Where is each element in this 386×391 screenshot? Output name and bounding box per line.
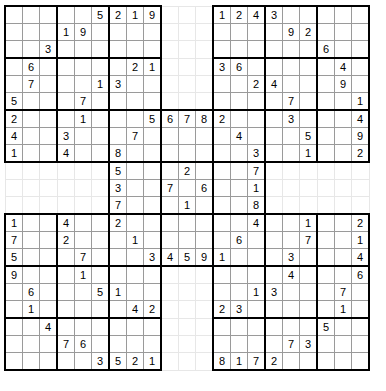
empty-cell-r12-c13[interactable]	[213, 197, 231, 215]
empty-cell-r19-c2[interactable]	[23, 318, 40, 336]
empty-cell-r15-c14[interactable]	[231, 249, 248, 267]
empty-cell-r16-c20[interactable]	[335, 266, 352, 284]
empty-cell-r19-c8[interactable]	[127, 318, 144, 336]
empty-cell-r8-c3[interactable]	[40, 128, 58, 145]
empty-cell-r19-c5[interactable]	[75, 318, 92, 336]
empty-cell-r9-c19[interactable]	[317, 145, 335, 163]
empty-cell-r1-c5[interactable]	[75, 6, 92, 24]
empty-cell-r5-c3[interactable]	[40, 76, 58, 93]
empty-cell-r2-c8[interactable]	[127, 24, 144, 41]
empty-cell-r8-c5[interactable]	[75, 128, 92, 145]
empty-cell-r2-c14[interactable]	[231, 24, 248, 41]
inactive-cell-r21-c12	[196, 353, 214, 371]
given-cell-r21-c14: 1	[231, 353, 248, 371]
given-cell-r18-c9: 2	[144, 301, 162, 319]
empty-cell-r14-c16[interactable]	[265, 232, 283, 249]
empty-cell-r18-c21[interactable]	[352, 301, 370, 319]
empty-cell-r13-c19[interactable]	[317, 214, 335, 232]
empty-cell-r18-c4[interactable]	[57, 301, 75, 319]
empty-cell-r12-c9[interactable]	[144, 197, 162, 215]
empty-cell-r18-c18[interactable]	[300, 301, 318, 319]
empty-cell-r3-c21[interactable]	[352, 41, 370, 59]
empty-cell-r17-c13[interactable]	[213, 284, 231, 301]
empty-cell-r14-c19[interactable]	[317, 232, 335, 249]
empty-cell-r10-c14[interactable]	[231, 162, 248, 180]
empty-cell-r21-c4[interactable]	[57, 353, 75, 371]
empty-cell-r1-c20[interactable]	[335, 6, 352, 24]
given-cell-r4-c2: 6	[23, 58, 40, 76]
empty-cell-r20-c14[interactable]	[231, 336, 248, 353]
empty-cell-r3-c7[interactable]	[109, 41, 127, 59]
empty-cell-r5-c18[interactable]	[300, 76, 318, 93]
empty-cell-r9-c14[interactable]	[231, 145, 248, 163]
empty-cell-r1-c4[interactable]	[57, 6, 75, 24]
empty-cell-r3-c18[interactable]	[300, 41, 318, 59]
empty-cell-r6-c13[interactable]	[213, 93, 231, 111]
empty-cell-r13-c9[interactable]	[144, 214, 162, 232]
empty-cell-r9-c5[interactable]	[75, 145, 92, 163]
empty-cell-r1-c2[interactable]	[23, 6, 40, 24]
empty-cell-r3-c9[interactable]	[144, 41, 162, 59]
empty-cell-r13-c6[interactable]	[92, 214, 110, 232]
given-cell-r17-c15: 1	[248, 284, 266, 301]
empty-cell-r5-c8[interactable]	[127, 76, 144, 93]
empty-cell-r19-c21[interactable]	[352, 318, 370, 336]
empty-cell-r7-c19[interactable]	[317, 110, 335, 128]
empty-cell-r12-c8[interactable]	[127, 197, 144, 215]
inactive-cell-r12-c16	[265, 197, 283, 215]
empty-cell-r1-c18[interactable]	[300, 6, 318, 24]
empty-cell-r17-c14[interactable]	[231, 284, 248, 301]
empty-cell-r2-c6[interactable]	[92, 24, 110, 41]
empty-cell-r2-c9[interactable]	[144, 24, 162, 41]
board-row-20: 7673	[5, 336, 369, 353]
empty-cell-r2-c15[interactable]	[248, 24, 266, 41]
empty-cell-r3-c2[interactable]	[23, 41, 40, 59]
given-cell-r15-c21: 4	[352, 249, 370, 267]
empty-cell-r19-c15[interactable]	[248, 318, 266, 336]
empty-cell-r4-c3[interactable]	[40, 58, 58, 76]
empty-cell-r9-c6[interactable]	[92, 145, 110, 163]
empty-cell-r8-c7[interactable]	[109, 128, 127, 145]
empty-cell-r21-c21[interactable]	[352, 353, 370, 371]
given-cell-r17-c16: 3	[265, 284, 283, 301]
empty-cell-r19-c18[interactable]	[300, 318, 318, 336]
empty-cell-r14-c6[interactable]	[92, 232, 110, 249]
empty-cell-r4-c19[interactable]	[317, 58, 335, 76]
empty-cell-r7-c4[interactable]	[57, 110, 75, 128]
empty-cell-r13-c8[interactable]	[127, 214, 144, 232]
empty-cell-r15-c4[interactable]	[57, 249, 75, 267]
empty-cell-r15-c3[interactable]	[40, 249, 58, 267]
empty-cell-r13-c16[interactable]	[265, 214, 283, 232]
empty-cell-r13-c12[interactable]	[196, 214, 214, 232]
given-cell-r15-c10: 4	[161, 249, 179, 267]
empty-cell-r17-c21[interactable]	[352, 284, 370, 301]
empty-cell-r20-c8[interactable]	[127, 336, 144, 353]
empty-cell-r14-c7[interactable]	[109, 232, 127, 249]
empty-cell-r15-c6[interactable]	[92, 249, 110, 267]
empty-cell-r3-c17[interactable]	[283, 41, 300, 59]
empty-cell-r9-c3[interactable]	[40, 145, 58, 163]
empty-cell-r14-c12[interactable]	[196, 232, 214, 249]
empty-cell-r20-c9[interactable]	[144, 336, 162, 353]
empty-cell-r8-c6[interactable]	[92, 128, 110, 145]
empty-cell-r18-c15[interactable]	[248, 301, 266, 319]
empty-cell-r20-c6[interactable]	[92, 336, 110, 353]
inactive-cell-r10-c2	[23, 162, 40, 180]
empty-cell-r4-c21[interactable]	[352, 58, 370, 76]
empty-cell-r3-c1[interactable]	[5, 41, 23, 59]
empty-cell-r8-c20[interactable]	[335, 128, 352, 145]
board-row-3: 36	[5, 41, 369, 59]
empty-cell-r19-c6[interactable]	[92, 318, 110, 336]
empty-cell-r16-c13[interactable]	[213, 266, 231, 284]
empty-cell-r2-c7[interactable]	[109, 24, 127, 41]
empty-cell-r3-c20[interactable]	[335, 41, 352, 59]
empty-cell-r7-c6[interactable]	[92, 110, 110, 128]
empty-cell-r17-c19[interactable]	[317, 284, 335, 301]
empty-cell-r2-c19[interactable]	[317, 24, 335, 41]
empty-cell-r11-c9[interactable]	[144, 180, 162, 197]
empty-cell-r12-c10[interactable]	[161, 197, 179, 215]
empty-cell-r6-c20[interactable]	[335, 93, 352, 111]
empty-cell-r9-c16[interactable]	[265, 145, 283, 163]
empty-cell-r21-c2[interactable]	[23, 353, 40, 371]
empty-cell-r21-c19[interactable]	[317, 353, 335, 371]
empty-cell-r15-c2[interactable]	[23, 249, 40, 267]
empty-cell-r9-c13[interactable]	[213, 145, 231, 163]
empty-cell-r2-c2[interactable]	[23, 24, 40, 41]
empty-cell-r21-c5[interactable]	[75, 353, 92, 371]
given-cell-r13-c7: 2	[109, 214, 127, 232]
empty-cell-r6-c4[interactable]	[57, 93, 75, 111]
empty-cell-r17-c1[interactable]	[5, 284, 23, 301]
empty-cell-r15-c7[interactable]	[109, 249, 127, 267]
empty-cell-r20-c2[interactable]	[23, 336, 40, 353]
empty-cell-r14-c3[interactable]	[40, 232, 58, 249]
empty-cell-r9-c10[interactable]	[161, 145, 179, 163]
empty-cell-r17-c4[interactable]	[57, 284, 75, 301]
empty-cell-r18-c16[interactable]	[265, 301, 283, 319]
empty-cell-r19-c4[interactable]	[57, 318, 75, 336]
given-cell-r15-c13: 1	[213, 249, 231, 267]
empty-cell-r9-c11[interactable]	[179, 145, 196, 163]
empty-cell-r20-c3[interactable]	[40, 336, 58, 353]
empty-cell-r16-c18[interactable]	[300, 266, 318, 284]
empty-cell-r17-c3[interactable]	[40, 284, 58, 301]
given-cell-r21-c15: 7	[248, 353, 266, 371]
empty-cell-r6-c15[interactable]	[248, 93, 266, 111]
empty-cell-r8-c12[interactable]	[196, 128, 214, 145]
given-cell-r18-c14: 3	[231, 301, 248, 319]
empty-cell-r19-c14[interactable]	[231, 318, 248, 336]
empty-cell-r5-c21[interactable]	[352, 76, 370, 93]
empty-cell-r16-c9[interactable]	[144, 266, 162, 284]
given-cell-r21-c8: 2	[127, 353, 144, 371]
empty-cell-r6-c14[interactable]	[231, 93, 248, 111]
empty-cell-r14-c5[interactable]	[75, 232, 92, 249]
given-cell-r20-c4: 7	[57, 336, 75, 353]
empty-cell-r8-c16[interactable]	[265, 128, 283, 145]
empty-cell-r21-c1[interactable]	[5, 353, 23, 371]
board-row-11: 3761	[5, 180, 369, 197]
empty-cell-r7-c16[interactable]	[265, 110, 283, 128]
given-cell-r2-c4: 1	[57, 24, 75, 41]
empty-cell-r8-c19[interactable]	[317, 128, 335, 145]
empty-cell-r15-c8[interactable]	[127, 249, 144, 267]
empty-cell-r5-c17[interactable]	[283, 76, 300, 93]
empty-cell-r20-c7[interactable]	[109, 336, 127, 353]
empty-cell-r4-c16[interactable]	[265, 58, 283, 76]
given-cell-r15-c9: 3	[144, 249, 162, 267]
empty-cell-r17-c18[interactable]	[300, 284, 318, 301]
empty-cell-r7-c8[interactable]	[127, 110, 144, 128]
given-cell-r5-c7: 3	[109, 76, 127, 93]
given-cell-r13-c1: 1	[5, 214, 23, 232]
empty-cell-r18-c1[interactable]	[5, 301, 23, 319]
empty-cell-r17-c9[interactable]	[144, 284, 162, 301]
empty-cell-r7-c20[interactable]	[335, 110, 352, 128]
empty-cell-r9-c9[interactable]	[144, 145, 162, 163]
inactive-cell-r12-c21	[352, 197, 370, 215]
empty-cell-r8-c11[interactable]	[179, 128, 196, 145]
empty-cell-r6-c18[interactable]	[300, 93, 318, 111]
empty-cell-r16-c6[interactable]	[92, 266, 110, 284]
empty-cell-r13-c20[interactable]	[335, 214, 352, 232]
empty-cell-r14-c10[interactable]	[161, 232, 179, 249]
empty-cell-r20-c15[interactable]	[248, 336, 266, 353]
empty-cell-r8-c10[interactable]	[161, 128, 179, 145]
empty-cell-r3-c15[interactable]	[248, 41, 266, 59]
empty-cell-r8-c15[interactable]	[248, 128, 266, 145]
empty-cell-r6-c2[interactable]	[23, 93, 40, 111]
empty-cell-r5-c1[interactable]	[5, 76, 23, 93]
empty-cell-r5-c5[interactable]	[75, 76, 92, 93]
empty-cell-r14-c17[interactable]	[283, 232, 300, 249]
empty-cell-r1-c3[interactable]	[40, 6, 58, 24]
empty-cell-r14-c9[interactable]	[144, 232, 162, 249]
empty-cell-r7-c7[interactable]	[109, 110, 127, 128]
empty-cell-r2-c3[interactable]	[40, 24, 58, 41]
empty-cell-r10-c13[interactable]	[213, 162, 231, 180]
empty-cell-r6-c3[interactable]	[40, 93, 58, 111]
empty-cell-r5-c19[interactable]	[317, 76, 335, 93]
empty-cell-r13-c14[interactable]	[231, 214, 248, 232]
empty-cell-r20-c16[interactable]	[265, 336, 283, 353]
empty-cell-r5-c14[interactable]	[231, 76, 248, 93]
empty-cell-r15-c18[interactable]	[300, 249, 318, 267]
empty-cell-r3-c6[interactable]	[92, 41, 110, 59]
empty-cell-r10-c9[interactable]	[144, 162, 162, 180]
board-row-5: 713249	[5, 76, 369, 93]
given-cell-r18-c2: 1	[23, 301, 40, 319]
empty-cell-r4-c15[interactable]	[248, 58, 266, 76]
empty-cell-r12-c12[interactable]	[196, 197, 214, 215]
empty-cell-r16-c16[interactable]	[265, 266, 283, 284]
empty-cell-r4-c18[interactable]	[300, 58, 318, 76]
empty-cell-r10-c8[interactable]	[127, 162, 144, 180]
empty-cell-r3-c13[interactable]	[213, 41, 231, 59]
empty-cell-r15-c15[interactable]	[248, 249, 266, 267]
empty-cell-r4-c6[interactable]	[92, 58, 110, 76]
empty-cell-r13-c5[interactable]	[75, 214, 92, 232]
empty-cell-r5-c4[interactable]	[57, 76, 75, 93]
empty-cell-r16-c14[interactable]	[231, 266, 248, 284]
empty-cell-r7-c15[interactable]	[248, 110, 266, 128]
empty-cell-r6-c19[interactable]	[317, 93, 335, 111]
empty-cell-r21-c17[interactable]	[283, 353, 300, 371]
empty-cell-r4-c7[interactable]	[109, 58, 127, 76]
empty-cell-r17-c8[interactable]	[127, 284, 144, 301]
empty-cell-r16-c8[interactable]	[127, 266, 144, 284]
empty-cell-r7-c18[interactable]	[300, 110, 318, 128]
empty-cell-r15-c16[interactable]	[265, 249, 283, 267]
empty-cell-r2-c20[interactable]	[335, 24, 352, 41]
inactive-cell-r11-c2	[23, 180, 40, 197]
empty-cell-r2-c1[interactable]	[5, 24, 23, 41]
empty-cell-r16-c4[interactable]	[57, 266, 75, 284]
empty-cell-r1-c17[interactable]	[283, 6, 300, 24]
empty-cell-r3-c14[interactable]	[231, 41, 248, 59]
empty-cell-r16-c3[interactable]	[40, 266, 58, 284]
empty-cell-r14-c11[interactable]	[179, 232, 196, 249]
empty-cell-r15-c19[interactable]	[317, 249, 335, 267]
empty-cell-r6-c9[interactable]	[144, 93, 162, 111]
empty-cell-r3-c5[interactable]	[75, 41, 92, 59]
empty-cell-r13-c3[interactable]	[40, 214, 58, 232]
empty-cell-r4-c1[interactable]	[5, 58, 23, 76]
empty-cell-r10-c10[interactable]	[161, 162, 179, 180]
empty-cell-r8-c13[interactable]	[213, 128, 231, 145]
empty-cell-r9-c8[interactable]	[127, 145, 144, 163]
given-cell-r20-c18: 3	[300, 336, 318, 353]
empty-cell-r6-c16[interactable]	[265, 93, 283, 111]
empty-cell-r8-c9[interactable]	[144, 128, 162, 145]
given-cell-r4-c13: 3	[213, 58, 231, 76]
inactive-cell-r12-c17	[283, 197, 300, 215]
empty-cell-r2-c21[interactable]	[352, 24, 370, 41]
empty-cell-r13-c10[interactable]	[161, 214, 179, 232]
empty-cell-r9-c20[interactable]	[335, 145, 352, 163]
empty-cell-r1-c1[interactable]	[5, 6, 23, 24]
empty-cell-r16-c2[interactable]	[23, 266, 40, 284]
empty-cell-r5-c9[interactable]	[144, 76, 162, 93]
empty-cell-r4-c4[interactable]	[57, 58, 75, 76]
empty-cell-r19-c20[interactable]	[335, 318, 352, 336]
empty-cell-r20-c21[interactable]	[352, 336, 370, 353]
empty-cell-r13-c17[interactable]	[283, 214, 300, 232]
empty-cell-r9-c17[interactable]	[283, 145, 300, 163]
empty-cell-r7-c14[interactable]	[231, 110, 248, 128]
empty-cell-r8-c17[interactable]	[283, 128, 300, 145]
empty-cell-r14-c15[interactable]	[248, 232, 266, 249]
empty-cell-r17-c17[interactable]	[283, 284, 300, 301]
empty-cell-r18-c5[interactable]	[75, 301, 92, 319]
empty-cell-r3-c16[interactable]	[265, 41, 283, 59]
empty-cell-r17-c5[interactable]	[75, 284, 92, 301]
inactive-cell-r18-c12	[196, 301, 214, 319]
empty-cell-r13-c11[interactable]	[179, 214, 196, 232]
empty-cell-r6-c6[interactable]	[92, 93, 110, 111]
empty-cell-r15-c20[interactable]	[335, 249, 352, 267]
inactive-cell-r6-c12	[196, 93, 214, 111]
empty-cell-r11-c13[interactable]	[213, 180, 231, 197]
empty-cell-r7-c3[interactable]	[40, 110, 58, 128]
empty-cell-r11-c14[interactable]	[231, 180, 248, 197]
empty-cell-r12-c14[interactable]	[231, 197, 248, 215]
empty-cell-r11-c8[interactable]	[127, 180, 144, 197]
empty-cell-r6-c7[interactable]	[109, 93, 127, 111]
board-row-15: 573459134	[5, 249, 369, 267]
empty-cell-r19-c17[interactable]	[283, 318, 300, 336]
empty-cell-r13-c2[interactable]	[23, 214, 40, 232]
empty-cell-r7-c2[interactable]	[23, 110, 40, 128]
empty-cell-r11-c11[interactable]	[179, 180, 196, 197]
inactive-cell-r12-c4	[57, 197, 75, 215]
empty-cell-r3-c4[interactable]	[57, 41, 75, 59]
empty-cell-r6-c8[interactable]	[127, 93, 144, 111]
empty-cell-r9-c2[interactable]	[23, 145, 40, 163]
empty-cell-r19-c7[interactable]	[109, 318, 127, 336]
empty-cell-r9-c12[interactable]	[196, 145, 214, 163]
empty-cell-r18-c3[interactable]	[40, 301, 58, 319]
empty-cell-r18-c7[interactable]	[109, 301, 127, 319]
empty-cell-r16-c19[interactable]	[317, 266, 335, 284]
empty-cell-r20-c13[interactable]	[213, 336, 231, 353]
empty-cell-r1-c19[interactable]	[317, 6, 335, 24]
empty-cell-r16-c15[interactable]	[248, 266, 266, 284]
inactive-cell-r17-c11	[179, 284, 196, 301]
empty-cell-r18-c19[interactable]	[317, 301, 335, 319]
given-cell-r7-c17: 3	[283, 110, 300, 128]
empty-cell-r21-c20[interactable]	[335, 353, 352, 371]
given-cell-r14-c8: 1	[127, 232, 144, 249]
empty-cell-r8-c2[interactable]	[23, 128, 40, 145]
empty-cell-r21-c3[interactable]	[40, 353, 58, 371]
empty-cell-r5-c13[interactable]	[213, 76, 231, 93]
empty-cell-r19-c16[interactable]	[265, 318, 283, 336]
empty-cell-r16-c7[interactable]	[109, 266, 127, 284]
empty-cell-r10-c12[interactable]	[196, 162, 214, 180]
empty-cell-r14-c20[interactable]	[335, 232, 352, 249]
given-cell-r13-c4: 4	[57, 214, 75, 232]
empty-cell-r19-c13[interactable]	[213, 318, 231, 336]
empty-cell-r18-c17[interactable]	[283, 301, 300, 319]
empty-cell-r4-c5[interactable]	[75, 58, 92, 76]
empty-cell-r19-c1[interactable]	[5, 318, 23, 336]
empty-cell-r2-c16[interactable]	[265, 24, 283, 41]
empty-cell-r3-c8[interactable]	[127, 41, 144, 59]
empty-cell-r20-c20[interactable]	[335, 336, 352, 353]
given-cell-r11-c15: 1	[248, 180, 266, 197]
empty-cell-r4-c17[interactable]	[283, 58, 300, 76]
empty-cell-r14-c13[interactable]	[213, 232, 231, 249]
empty-cell-r21-c18[interactable]	[300, 353, 318, 371]
given-cell-r8-c21: 9	[352, 128, 370, 145]
inactive-cell-r5-c11	[179, 76, 196, 93]
empty-cell-r20-c1[interactable]	[5, 336, 23, 353]
given-cell-r7-c10: 6	[161, 110, 179, 128]
empty-cell-r13-c13[interactable]	[213, 214, 231, 232]
empty-cell-r1-c21[interactable]	[352, 6, 370, 24]
empty-cell-r18-c6[interactable]	[92, 301, 110, 319]
empty-cell-r19-c9[interactable]	[144, 318, 162, 336]
given-cell-r16-c1: 9	[5, 266, 23, 284]
empty-cell-r14-c2[interactable]	[23, 232, 40, 249]
empty-cell-r20-c19[interactable]	[317, 336, 335, 353]
empty-cell-r2-c13[interactable]	[213, 24, 231, 41]
